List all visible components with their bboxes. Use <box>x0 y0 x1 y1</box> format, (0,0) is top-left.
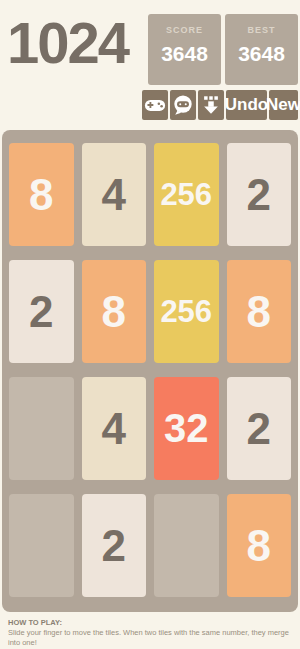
games-button[interactable] <box>142 90 168 120</box>
tile-r3c2: 4 <box>82 377 147 480</box>
tile-r2c1: 2 <box>9 260 74 363</box>
download-button[interactable] <box>198 90 224 120</box>
score-label: SCORE <box>166 25 203 35</box>
tile-r1c2: 4 <box>82 143 147 246</box>
app-title: 1024 <box>7 10 128 76</box>
new-game-button[interactable]: New <box>269 90 298 120</box>
games-bubble-icon <box>172 94 194 116</box>
tile-r3c1 <box>9 377 74 480</box>
footer: HOW TO PLAY: Slide your finger to move t… <box>8 618 292 648</box>
tile-r1c4: 2 <box>227 143 292 246</box>
gamepad-icon <box>144 94 166 116</box>
header: 1024 SCORE 3648 BEST 3648 <box>0 0 300 130</box>
best-box: BEST 3648 <box>225 14 298 85</box>
more-games-button[interactable] <box>170 90 196 120</box>
toolbar: Undo New <box>142 90 298 120</box>
tile-r3c3: 32 <box>154 377 219 480</box>
game-board[interactable]: 842562282568432228 <box>2 130 298 612</box>
tile-r4c4: 8 <box>227 494 292 597</box>
best-value: 3648 <box>238 42 285 66</box>
tile-r3c4: 2 <box>227 377 292 480</box>
score-value: 3648 <box>161 42 208 66</box>
tile-r1c3: 256 <box>154 143 219 246</box>
score-box: SCORE 3648 <box>148 14 221 85</box>
tile-r4c1 <box>9 494 74 597</box>
best-label: BEST <box>247 25 275 35</box>
tile-r1c1: 8 <box>9 143 74 246</box>
tile-r4c3 <box>154 494 219 597</box>
download-icon <box>200 94 222 116</box>
score-panel: SCORE 3648 BEST 3648 <box>148 14 298 85</box>
howto-text: Slide your finger to move the tiles. Whe… <box>8 628 292 648</box>
howto-title: HOW TO PLAY: <box>8 618 292 628</box>
tile-r2c4: 8 <box>227 260 292 363</box>
tile-r2c2: 8 <box>82 260 147 363</box>
undo-button[interactable]: Undo <box>226 90 267 120</box>
tile-r2c3: 256 <box>154 260 219 363</box>
tile-r4c2: 2 <box>82 494 147 597</box>
